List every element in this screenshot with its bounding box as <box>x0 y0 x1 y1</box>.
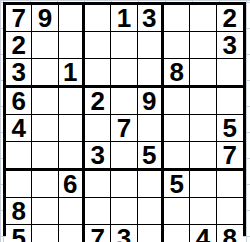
cell-r6c6[interactable]: 5 <box>138 142 164 171</box>
cell-r5c8[interactable] <box>190 115 216 142</box>
cell-r7c4[interactable] <box>85 171 111 198</box>
cell-r6c2[interactable] <box>32 142 58 171</box>
cell-r3c9[interactable] <box>217 59 243 88</box>
cell-r2c5[interactable] <box>111 32 137 59</box>
cell-r2c3[interactable] <box>59 32 85 59</box>
cell-r8c5[interactable] <box>111 198 137 225</box>
cell-r7c3[interactable]: 6 <box>59 171 85 198</box>
cell-r7c9[interactable] <box>217 171 243 198</box>
cell-r2c8[interactable] <box>190 32 216 59</box>
cell-r2c7[interactable] <box>164 32 190 59</box>
cell-r9c6[interactable] <box>138 225 164 242</box>
cell-r4c9[interactable] <box>217 88 243 115</box>
cell-r6c7[interactable] <box>164 142 190 171</box>
cell-r7c5[interactable] <box>111 171 137 198</box>
cell-r8c2[interactable] <box>32 198 58 225</box>
cell-r3c6[interactable] <box>138 59 164 88</box>
cell-r9c1[interactable]: 5 <box>6 225 32 242</box>
cell-r8c8[interactable] <box>190 198 216 225</box>
cell-r4c6[interactable]: 9 <box>138 88 164 115</box>
cell-r4c5[interactable] <box>111 88 137 115</box>
sudoku-board: 791322331862947535765857348 <box>3 2 246 236</box>
cell-r7c2[interactable] <box>32 171 58 198</box>
cell-r4c2[interactable] <box>32 88 58 115</box>
cell-r8c1[interactable]: 8 <box>6 198 32 225</box>
cell-r1c5[interactable]: 1 <box>111 5 137 32</box>
cell-r3c8[interactable] <box>190 59 216 88</box>
cell-r3c2[interactable] <box>32 59 58 88</box>
cell-r3c3[interactable]: 1 <box>59 59 85 88</box>
cell-r3c5[interactable] <box>111 59 137 88</box>
cell-r1c9[interactable]: 2 <box>217 5 243 32</box>
cell-r9c7[interactable] <box>164 225 190 242</box>
cell-r4c4[interactable]: 2 <box>85 88 111 115</box>
cell-r2c4[interactable] <box>85 32 111 59</box>
cell-r6c8[interactable] <box>190 142 216 171</box>
cell-r2c1[interactable]: 2 <box>6 32 32 59</box>
cell-r5c5[interactable]: 7 <box>111 115 137 142</box>
spreadsheet-gridline-horizontal <box>0 0 250 1</box>
cell-r9c5[interactable]: 3 <box>111 225 137 242</box>
cell-r7c1[interactable] <box>6 171 32 198</box>
cell-r5c1[interactable]: 4 <box>6 115 32 142</box>
cell-r9c8[interactable]: 4 <box>190 225 216 242</box>
cell-r9c9[interactable]: 8 <box>217 225 243 242</box>
cell-r2c2[interactable] <box>32 32 58 59</box>
cell-r7c7[interactable]: 5 <box>164 171 190 198</box>
cell-r8c4[interactable] <box>85 198 111 225</box>
cell-r3c7[interactable]: 8 <box>164 59 190 88</box>
cell-r5c6[interactable] <box>138 115 164 142</box>
cell-r1c6[interactable]: 3 <box>138 5 164 32</box>
cell-r5c2[interactable] <box>32 115 58 142</box>
cell-r5c9[interactable]: 5 <box>217 115 243 142</box>
cell-r4c1[interactable]: 6 <box>6 88 32 115</box>
cell-r1c4[interactable] <box>85 5 111 32</box>
spreadsheet-gridline-vertical <box>0 0 1 242</box>
cell-r6c4[interactable]: 3 <box>85 142 111 171</box>
cell-r8c3[interactable] <box>59 198 85 225</box>
cell-r6c3[interactable] <box>59 142 85 171</box>
cell-r3c4[interactable] <box>85 59 111 88</box>
cell-r5c7[interactable] <box>164 115 190 142</box>
cell-r5c4[interactable] <box>85 115 111 142</box>
cell-r7c6[interactable] <box>138 171 164 198</box>
cell-r5c3[interactable] <box>59 115 85 142</box>
cell-r9c3[interactable] <box>59 225 85 242</box>
cell-r1c7[interactable] <box>164 5 190 32</box>
cell-r3c1[interactable]: 3 <box>6 59 32 88</box>
cell-r9c4[interactable]: 7 <box>85 225 111 242</box>
cell-r8c6[interactable] <box>138 198 164 225</box>
cell-r1c1[interactable]: 7 <box>6 5 32 32</box>
cell-r1c8[interactable] <box>190 5 216 32</box>
cell-r1c3[interactable] <box>59 5 85 32</box>
cell-r4c8[interactable] <box>190 88 216 115</box>
cell-r6c9[interactable]: 7 <box>217 142 243 171</box>
cell-r2c9[interactable]: 3 <box>217 32 243 59</box>
cell-r6c5[interactable] <box>111 142 137 171</box>
cell-r6c1[interactable] <box>6 142 32 171</box>
puzzle-canvas: 791322331862947535765857348 <box>0 0 250 242</box>
cell-r1c2[interactable]: 9 <box>32 5 58 32</box>
cell-r4c7[interactable] <box>164 88 190 115</box>
cell-r2c6[interactable] <box>138 32 164 59</box>
cell-r8c9[interactable] <box>217 198 243 225</box>
cell-r9c2[interactable] <box>32 225 58 242</box>
cell-r4c3[interactable] <box>59 88 85 115</box>
cell-r8c7[interactable] <box>164 198 190 225</box>
cell-r7c8[interactable] <box>190 171 216 198</box>
spreadsheet-gridline-vertical <box>246 0 247 242</box>
